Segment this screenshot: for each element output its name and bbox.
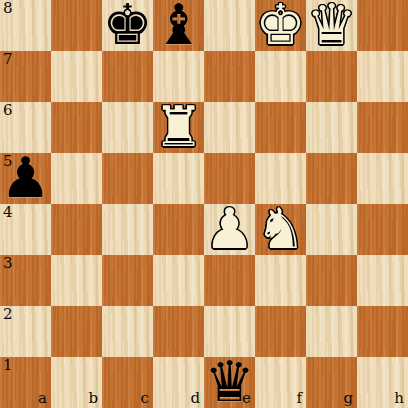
white-king-piece[interactable]: ♚ bbox=[255, 0, 306, 51]
square-b5[interactable] bbox=[51, 153, 102, 204]
square-h1[interactable]: h bbox=[357, 357, 408, 408]
square-b2[interactable] bbox=[51, 306, 102, 357]
black-pawn-piece[interactable]: ♟ bbox=[0, 153, 51, 204]
square-g5[interactable] bbox=[306, 153, 357, 204]
square-b1[interactable]: b bbox=[51, 357, 102, 408]
square-h3[interactable] bbox=[357, 255, 408, 306]
square-c2[interactable] bbox=[102, 306, 153, 357]
square-h5[interactable] bbox=[357, 153, 408, 204]
white-knight-piece[interactable]: ♞ bbox=[255, 204, 306, 255]
white-rook-piece[interactable]: ♜ bbox=[153, 102, 204, 153]
square-a8[interactable]: 8 bbox=[0, 0, 51, 51]
rank-label-7: 7 bbox=[3, 52, 13, 67]
square-e1[interactable]: e♛ bbox=[204, 357, 255, 408]
square-b8[interactable] bbox=[51, 0, 102, 51]
square-h4[interactable] bbox=[357, 204, 408, 255]
square-g7[interactable] bbox=[306, 51, 357, 102]
square-h7[interactable] bbox=[357, 51, 408, 102]
square-a4[interactable]: 4 bbox=[0, 204, 51, 255]
square-f1[interactable]: f bbox=[255, 357, 306, 408]
square-g6[interactable] bbox=[306, 102, 357, 153]
black-queen-piece[interactable]: ♛ bbox=[204, 357, 255, 408]
square-b7[interactable] bbox=[51, 51, 102, 102]
square-f7[interactable] bbox=[255, 51, 306, 102]
file-label-g: g bbox=[343, 391, 353, 406]
square-b4[interactable] bbox=[51, 204, 102, 255]
square-f8[interactable]: ♚ bbox=[255, 0, 306, 51]
square-d6[interactable]: ♜ bbox=[153, 102, 204, 153]
chess-board: 8♚♝♚♛76♜5♟4♟♞321abcde♛fgh bbox=[0, 0, 408, 408]
square-e4[interactable]: ♟ bbox=[204, 204, 255, 255]
square-g1[interactable]: g bbox=[306, 357, 357, 408]
file-label-d: d bbox=[190, 391, 200, 406]
square-c3[interactable] bbox=[102, 255, 153, 306]
file-label-a: a bbox=[38, 391, 47, 406]
square-a7[interactable]: 7 bbox=[0, 51, 51, 102]
rank-label-4: 4 bbox=[3, 205, 13, 220]
square-b3[interactable] bbox=[51, 255, 102, 306]
square-f2[interactable] bbox=[255, 306, 306, 357]
square-a3[interactable]: 3 bbox=[0, 255, 51, 306]
square-g8[interactable]: ♛ bbox=[306, 0, 357, 51]
square-d3[interactable] bbox=[153, 255, 204, 306]
square-f4[interactable]: ♞ bbox=[255, 204, 306, 255]
square-c5[interactable] bbox=[102, 153, 153, 204]
white-queen-piece[interactable]: ♛ bbox=[306, 0, 357, 51]
square-b6[interactable] bbox=[51, 102, 102, 153]
rank-label-1: 1 bbox=[3, 358, 13, 373]
square-c8[interactable]: ♚ bbox=[102, 0, 153, 51]
square-h6[interactable] bbox=[357, 102, 408, 153]
square-d5[interactable] bbox=[153, 153, 204, 204]
square-e3[interactable] bbox=[204, 255, 255, 306]
square-g2[interactable] bbox=[306, 306, 357, 357]
square-h2[interactable] bbox=[357, 306, 408, 357]
square-c7[interactable] bbox=[102, 51, 153, 102]
rank-label-2: 2 bbox=[3, 307, 13, 322]
file-label-h: h bbox=[394, 391, 404, 406]
black-bishop-piece[interactable]: ♝ bbox=[153, 0, 204, 51]
square-c6[interactable] bbox=[102, 102, 153, 153]
square-h8[interactable] bbox=[357, 0, 408, 51]
square-a5[interactable]: 5♟ bbox=[0, 153, 51, 204]
square-d1[interactable]: d bbox=[153, 357, 204, 408]
square-e6[interactable] bbox=[204, 102, 255, 153]
white-pawn-piece[interactable]: ♟ bbox=[204, 204, 255, 255]
square-a2[interactable]: 2 bbox=[0, 306, 51, 357]
square-f3[interactable] bbox=[255, 255, 306, 306]
square-d4[interactable] bbox=[153, 204, 204, 255]
square-c1[interactable]: c bbox=[102, 357, 153, 408]
square-d2[interactable] bbox=[153, 306, 204, 357]
rank-label-8: 8 bbox=[3, 1, 13, 16]
file-label-f: f bbox=[296, 391, 302, 406]
file-label-c: c bbox=[141, 391, 149, 406]
square-a1[interactable]: 1a bbox=[0, 357, 51, 408]
square-g3[interactable] bbox=[306, 255, 357, 306]
square-e7[interactable] bbox=[204, 51, 255, 102]
rank-label-3: 3 bbox=[3, 256, 13, 271]
file-label-b: b bbox=[88, 391, 98, 406]
black-king-piece[interactable]: ♚ bbox=[102, 0, 153, 51]
square-c4[interactable] bbox=[102, 204, 153, 255]
square-f6[interactable] bbox=[255, 102, 306, 153]
rank-label-6: 6 bbox=[3, 103, 13, 118]
square-d8[interactable]: ♝ bbox=[153, 0, 204, 51]
square-g4[interactable] bbox=[306, 204, 357, 255]
square-e8[interactable] bbox=[204, 0, 255, 51]
